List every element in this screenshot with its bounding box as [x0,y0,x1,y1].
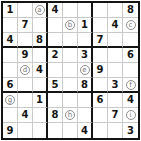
given-digit: 8 [81,80,88,90]
cell-r3c8[interactable] [108,33,123,48]
cell-r8c7[interactable] [93,108,108,123]
cell-r9c2[interactable] [18,123,33,138]
given-digit: 8 [127,5,134,15]
cell-r5c7[interactable]: 9 [93,63,108,78]
cell-r4c1[interactable] [3,48,18,63]
cell-r8c9[interactable]: i [123,108,138,123]
sudoku-puzzle: 1a487b14c4879236d4e96583fg16448h7i943 [0,0,141,141]
cell-r4c9[interactable]: 6 [123,48,138,63]
cell-r7c5[interactable] [63,93,78,108]
cell-r8c8[interactable]: 7 [108,108,123,123]
given-digit: 3 [127,126,134,136]
cell-r9c4[interactable] [48,123,63,138]
cell-r1c9[interactable]: 8 [123,3,138,18]
given-digit: 4 [81,126,88,136]
cell-r4c4[interactable]: 2 [48,48,63,63]
cell-r4c8[interactable] [108,48,123,63]
cell-r3c3[interactable]: 8 [33,33,48,48]
cell-r8c1[interactable] [3,108,18,123]
given-digit: 6 [127,50,134,60]
given-digit: 9 [97,65,104,75]
cell-r9c6[interactable]: 4 [78,123,93,138]
given-digit: 5 [52,80,59,90]
circled-letter-a: a [35,5,45,15]
cell-r6c3[interactable] [33,78,48,93]
circled-letter-c: c [126,20,136,30]
cell-r2c2[interactable]: 7 [18,18,33,33]
cell-r1c7[interactable] [93,3,108,18]
given-digit: 2 [52,50,59,60]
given-digit: 7 [97,35,104,45]
circled-letter-f: f [126,80,136,90]
cell-r9c8[interactable] [108,123,123,138]
given-digit: 1 [81,20,88,30]
cell-r1c8[interactable] [108,3,123,18]
cell-r6c1[interactable]: 6 [3,78,18,93]
cell-r2c8[interactable]: 4 [108,18,123,33]
cell-r7c3[interactable]: 1 [33,93,48,108]
cell-r9c5[interactable] [63,123,78,138]
cell-r6c6[interactable]: 8 [78,78,93,93]
cell-r3c7[interactable]: 7 [93,33,108,48]
circled-letter-e: e [80,65,90,75]
cell-r4c3[interactable] [33,48,48,63]
cell-r4c2[interactable]: 9 [18,48,33,63]
cell-r5c4[interactable] [48,63,63,78]
cell-r8c2[interactable]: 4 [18,108,33,123]
cell-r5c2[interactable]: d [18,63,33,78]
cell-r5c9[interactable] [123,63,138,78]
circled-letter-b: b [65,20,75,30]
cell-r3c1[interactable]: 4 [3,33,18,48]
cell-r7c2[interactable] [18,93,33,108]
given-digit: 4 [52,5,59,15]
cell-r4c5[interactable] [63,48,78,63]
sudoku-board: 1a487b14c4879236d4e96583fg16448h7i943 [1,1,140,140]
given-digit: 4 [36,65,43,75]
given-digit: 1 [7,5,14,15]
cell-r7c7[interactable]: 6 [93,93,108,108]
cell-r5c1[interactable] [3,63,18,78]
cell-r6c8[interactable]: 3 [108,78,123,93]
cell-r6c5[interactable] [63,78,78,93]
cell-r2c7[interactable] [93,18,108,33]
cell-r2c6[interactable]: 1 [78,18,93,33]
cell-r4c6[interactable]: 3 [78,48,93,63]
cell-r8c6[interactable] [78,108,93,123]
cell-r5c6[interactable]: e [78,63,93,78]
cell-r9c9[interactable]: 3 [123,123,138,138]
cell-r2c9[interactable]: c [123,18,138,33]
cell-r7c9[interactable]: 4 [123,93,138,108]
given-digit: 8 [52,110,59,120]
given-digit: 4 [127,95,134,105]
cell-r3c9[interactable] [123,33,138,48]
cell-r9c7[interactable] [93,123,108,138]
cell-r1c1[interactable]: 1 [3,3,18,18]
cell-r2c5[interactable]: b [63,18,78,33]
cell-r5c3[interactable]: 4 [33,63,48,78]
cell-r7c1[interactable]: g [3,93,18,108]
given-digit: 6 [7,80,14,90]
cell-r1c4[interactable]: 4 [48,3,63,18]
cell-r2c1[interactable] [3,18,18,33]
cell-r5c5[interactable] [63,63,78,78]
given-digit: 7 [112,110,119,120]
given-digit: 3 [81,50,88,60]
cell-r3c6[interactable] [78,33,93,48]
given-digit: 4 [22,110,29,120]
cell-r3c2[interactable] [18,33,33,48]
given-digit: 9 [22,50,29,60]
cell-r8c3[interactable] [33,108,48,123]
cell-r1c6[interactable] [78,3,93,18]
cell-r8c4[interactable]: 8 [48,108,63,123]
given-digit: 6 [97,95,104,105]
circled-letter-d: d [20,65,30,75]
given-digit: 7 [22,20,29,30]
given-digit: 9 [7,126,14,136]
cell-r2c4[interactable] [48,18,63,33]
cell-r1c2[interactable] [18,3,33,18]
given-digit: 4 [7,35,14,45]
given-digit: 4 [112,20,119,30]
cell-r3c4[interactable] [48,33,63,48]
circled-letter-g: g [5,95,15,105]
given-digit: 3 [112,80,119,90]
cell-r8c5[interactable]: h [63,108,78,123]
circled-letter-h: h [65,110,75,120]
circled-letter-i: i [126,110,136,120]
cell-r1c5[interactable] [63,3,78,18]
cell-r7c4[interactable] [48,93,63,108]
cell-r7c6[interactable] [78,93,93,108]
given-digit: 1 [36,95,43,105]
cell-r7c8[interactable] [108,93,123,108]
cell-r9c1[interactable]: 9 [3,123,18,138]
cell-r1c3[interactable]: a [33,3,48,18]
cell-r3c5[interactable] [63,33,78,48]
cell-r4c7[interactable] [93,48,108,63]
cell-r6c9[interactable]: f [123,78,138,93]
cell-r6c2[interactable] [18,78,33,93]
given-digit: 8 [36,35,43,45]
cell-r6c7[interactable] [93,78,108,93]
cell-r6c4[interactable]: 5 [48,78,63,93]
cell-r5c8[interactable] [108,63,123,78]
cell-r9c3[interactable] [33,123,48,138]
cell-r2c3[interactable] [33,18,48,33]
